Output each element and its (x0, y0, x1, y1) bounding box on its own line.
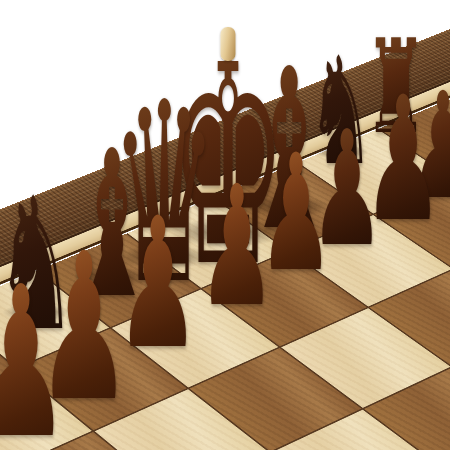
pawn-glyph: ♟ (198, 164, 275, 330)
pawn-glyph: ♟ (0, 259, 69, 450)
pieces-layer: ♜♞♝♚♛♝♞♟♟♟♟♟♟♟♟ (0, 0, 450, 450)
king-cream-finial (221, 27, 236, 61)
chess-photo-scene: ♜♞♝♚♛♝♞♟♟♟♟♟♟♟♟ (0, 0, 450, 450)
